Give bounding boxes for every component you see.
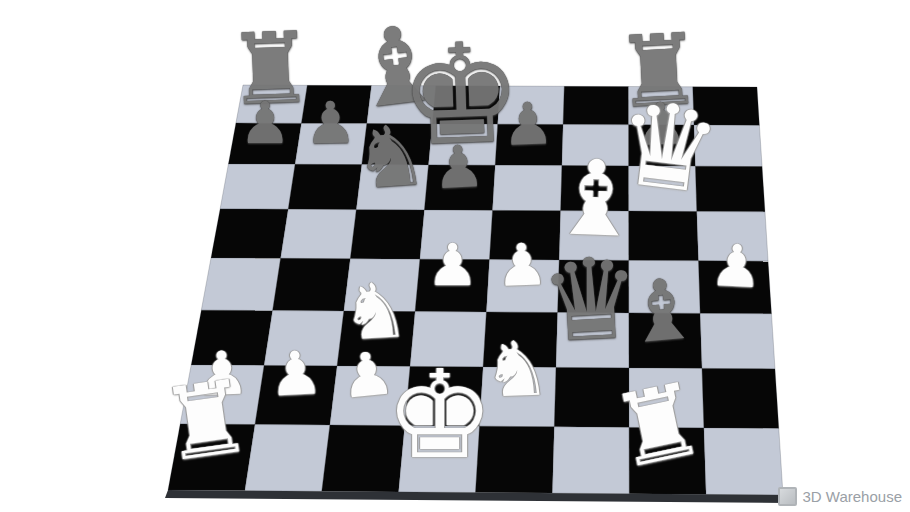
piece-black-pawn-e7[interactable]: ♟ xyxy=(502,94,556,154)
warehouse-logo-icon xyxy=(778,487,797,506)
piece-black-knight-c6[interactable]: ♞ xyxy=(350,113,431,202)
square-h1[interactable] xyxy=(704,428,783,495)
square-h2[interactable] xyxy=(702,368,779,428)
warehouse-watermark: 3D Warehouse xyxy=(778,487,903,506)
piece-black-pawn-d6[interactable]: ♟ xyxy=(431,136,486,197)
square-b5[interactable] xyxy=(281,209,357,258)
piece-black-pawn-a7[interactable]: ♟ xyxy=(239,94,291,152)
warehouse-watermark-label: 3D Warehouse xyxy=(803,488,903,505)
square-b4[interactable] xyxy=(273,258,351,311)
render-stage: ♜♝♜♟♟♚♟♟♞♟♛♝♟♟♟♞♛♝♟♟♟♞♜♚♜ 3D Warehouse xyxy=(0,0,910,512)
piece-black-bishop-g3[interactable]: ♝ xyxy=(621,265,703,355)
square-a6[interactable] xyxy=(220,164,295,209)
square-b1[interactable] xyxy=(245,425,330,492)
piece-black-pawn-b7[interactable]: ♟ xyxy=(304,94,357,153)
square-c5[interactable] xyxy=(350,210,424,260)
square-b6[interactable] xyxy=(288,164,362,209)
piece-white-rook-a1[interactable]: ♜ xyxy=(155,366,258,478)
square-h3[interactable] xyxy=(700,313,775,369)
square-a4[interactable] xyxy=(201,258,280,311)
piece-white-pawn-b2[interactable]: ♟ xyxy=(267,342,324,405)
square-a5[interactable] xyxy=(211,209,288,258)
piece-white-king-d1[interactable]: ♚ xyxy=(385,354,494,476)
piece-white-pawn-h4[interactable]: ♟ xyxy=(708,236,763,297)
piece-white-pawn-d4[interactable]: ♟ xyxy=(427,236,479,294)
